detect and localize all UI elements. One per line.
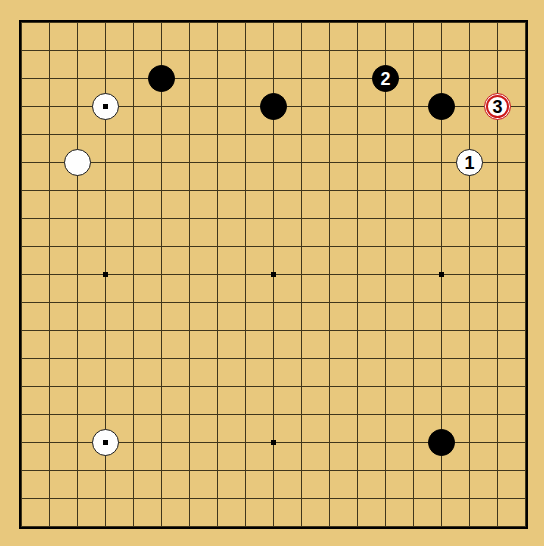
star-point xyxy=(271,104,276,109)
intersection-o17: 2 xyxy=(372,65,400,93)
move-number-label: 2 xyxy=(380,70,390,88)
star-point xyxy=(103,104,108,109)
star-point xyxy=(439,272,444,277)
star-point xyxy=(103,440,108,445)
white-stone xyxy=(64,149,91,176)
intersection-f17 xyxy=(148,65,176,93)
intersection-s16: 3 xyxy=(484,93,512,121)
star-point xyxy=(103,272,108,277)
move-number-label: 3 xyxy=(492,98,502,116)
star-point xyxy=(439,440,444,445)
white-stone-move-1: 1 xyxy=(456,149,483,176)
black-stone-move-2: 2 xyxy=(372,65,399,92)
star-point xyxy=(271,440,276,445)
intersection-r14: 1 xyxy=(456,149,484,177)
star-point xyxy=(439,104,444,109)
white-stone-move-3: 3 xyxy=(484,93,511,120)
move-number-label: 1 xyxy=(464,154,474,172)
black-stone xyxy=(148,65,175,92)
star-point xyxy=(271,272,276,277)
go-board-diagram: 231 xyxy=(0,0,544,546)
intersection-c14 xyxy=(64,149,92,177)
